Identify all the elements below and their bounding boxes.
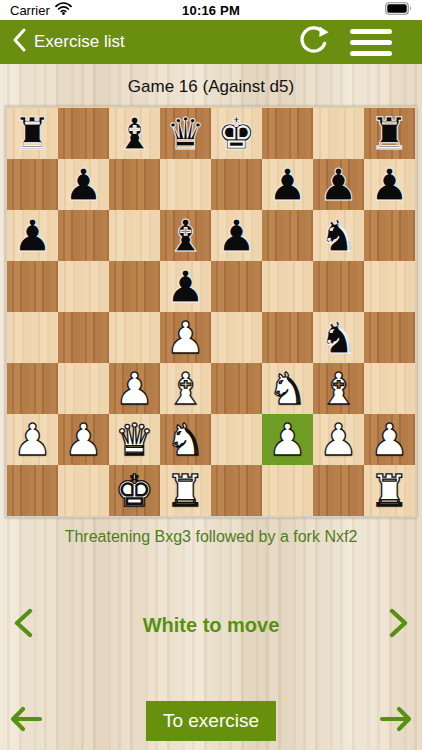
black-pawn: ♟ [313,159,364,210]
white-bishop: ♝ [160,363,211,414]
black-knight: ♞ [313,312,364,363]
square-h2[interactable]: ♟ [364,414,415,465]
prev-arrow-icon [9,705,43,737]
square-c6[interactable] [109,210,160,261]
black-pawn: ♟ [58,159,109,210]
square-d7[interactable] [160,159,211,210]
black-rook: ♜ [7,108,58,159]
square-b1[interactable] [58,465,109,516]
square-b3[interactable] [58,363,109,414]
square-h6[interactable] [364,210,415,261]
square-b5[interactable] [58,261,109,312]
back-button-label: Exercise list [34,32,125,52]
square-c1[interactable]: ♚ [109,465,160,516]
refresh-icon [297,24,330,61]
square-e1[interactable] [211,465,262,516]
black-rook: ♜ [364,108,415,159]
prev-chevron-icon [12,608,34,642]
black-pawn: ♟ [211,210,262,261]
square-a4[interactable] [7,312,58,363]
wifi-icon [55,2,72,18]
square-d1[interactable]: ♜ [160,465,211,516]
square-h8[interactable]: ♜ [364,108,415,159]
chess-board: ♜♝♛♚♜♟♟♟♟♟♝♟♞♟♟♞♟♝♞♝♟♟♛♞♟♟♟♚♜♜ [7,108,415,516]
square-g6[interactable]: ♞ [313,210,364,261]
square-d5[interactable]: ♟ [160,261,211,312]
battery-icon [385,2,412,18]
square-c3[interactable]: ♟ [109,363,160,414]
square-d2[interactable]: ♞ [160,414,211,465]
back-button[interactable]: Exercise list [0,28,125,56]
square-h4[interactable] [364,312,415,363]
refresh-button[interactable] [297,24,330,61]
white-pawn: ♟ [313,414,364,465]
square-g2[interactable]: ♟ [313,414,364,465]
square-c2[interactable]: ♛ [109,414,160,465]
white-knight: ♞ [262,363,313,414]
square-e6[interactable]: ♟ [211,210,262,261]
hint-caption: Threatening Bxg3 followed by a fork Nxf2 [0,528,422,546]
black-king: ♚ [211,108,262,159]
square-h3[interactable] [364,363,415,414]
square-h7[interactable]: ♟ [364,159,415,210]
square-a3[interactable] [7,363,58,414]
app-screen: Carrier 10:16 PM [0,0,422,750]
black-pawn: ♟ [364,159,415,210]
square-a2[interactable]: ♟ [7,414,58,465]
square-h5[interactable] [364,261,415,312]
black-knight: ♞ [313,210,364,261]
square-g4[interactable]: ♞ [313,312,364,363]
square-f1[interactable] [262,465,313,516]
next-chevron-icon [388,608,410,642]
to-exercise-button[interactable]: To exercise [146,701,276,741]
square-a6[interactable]: ♟ [7,210,58,261]
square-a5[interactable] [7,261,58,312]
square-e3[interactable] [211,363,262,414]
square-h1[interactable]: ♜ [364,465,415,516]
square-f2[interactable]: ♟ [262,414,313,465]
square-f3[interactable]: ♞ [262,363,313,414]
square-e5[interactable] [211,261,262,312]
status-bar: Carrier 10:16 PM [0,0,422,20]
square-f4[interactable] [262,312,313,363]
square-e7[interactable] [211,159,262,210]
black-bishop: ♝ [160,210,211,261]
square-g7[interactable]: ♟ [313,159,364,210]
square-d4[interactable]: ♟ [160,312,211,363]
square-g1[interactable] [313,465,364,516]
white-pawn: ♟ [364,414,415,465]
previous-game-button[interactable] [0,705,52,737]
clock: 10:16 PM [146,3,276,18]
square-c5[interactable] [109,261,160,312]
footer-row: To exercise [0,696,422,746]
square-d3[interactable]: ♝ [160,363,211,414]
menu-icon [350,29,392,34]
menu-button[interactable] [350,29,392,56]
white-pawn: ♟ [58,414,109,465]
board-frame: ♜♝♛♚♜♟♟♟♟♟♝♟♞♟♟♞♟♝♞♝♟♟♛♞♟♟♟♚♜♜ [5,106,417,518]
square-g3[interactable]: ♝ [313,363,364,414]
white-bishop: ♝ [313,363,364,414]
square-b4[interactable] [58,312,109,363]
white-rook: ♜ [364,465,415,516]
square-c4[interactable] [109,312,160,363]
move-indicator-row: White to move [0,603,422,647]
square-a1[interactable] [7,465,58,516]
white-pawn: ♟ [160,312,211,363]
square-d6[interactable]: ♝ [160,210,211,261]
content-area: Game 16 (Against d5) ♜♝♛♚♜♟♟♟♟♟♝♟♞♟♟♞♟♝♞… [0,64,422,750]
square-b8[interactable] [58,108,109,159]
square-c7[interactable] [109,159,160,210]
square-e8[interactable]: ♚ [211,108,262,159]
square-b6[interactable] [58,210,109,261]
black-pawn: ♟ [7,210,58,261]
square-f6[interactable] [262,210,313,261]
next-exercise-button[interactable] [376,608,422,642]
square-b2[interactable]: ♟ [58,414,109,465]
white-pawn: ♟ [262,414,313,465]
square-f7[interactable]: ♟ [262,159,313,210]
white-pawn: ♟ [109,363,160,414]
side-to-move-label: White to move [46,614,376,637]
square-f8[interactable] [262,108,313,159]
square-g8[interactable] [313,108,364,159]
carrier-label: Carrier [10,3,50,18]
black-pawn: ♟ [262,159,313,210]
nav-bar: Exercise list [0,20,422,64]
previous-exercise-button[interactable] [0,608,46,642]
black-pawn: ♟ [160,261,211,312]
square-g5[interactable] [313,261,364,312]
square-c8[interactable]: ♝ [109,108,160,159]
white-rook: ♜ [160,465,211,516]
back-chevron-icon [12,28,26,56]
white-knight: ♞ [160,414,211,465]
white-queen: ♛ [109,414,160,465]
square-f5[interactable] [262,261,313,312]
square-e2[interactable] [211,414,262,465]
white-pawn: ♟ [7,414,58,465]
square-e4[interactable] [211,312,262,363]
black-queen: ♛ [160,108,211,159]
black-bishop: ♝ [109,108,160,159]
square-a7[interactable] [7,159,58,210]
next-arrow-icon [379,705,413,737]
square-d8[interactable]: ♛ [160,108,211,159]
square-b7[interactable]: ♟ [58,159,109,210]
page-title: Game 16 (Against d5) [0,64,422,97]
white-king: ♚ [109,465,160,516]
next-game-button[interactable] [370,705,422,737]
square-a8[interactable]: ♜ [7,108,58,159]
